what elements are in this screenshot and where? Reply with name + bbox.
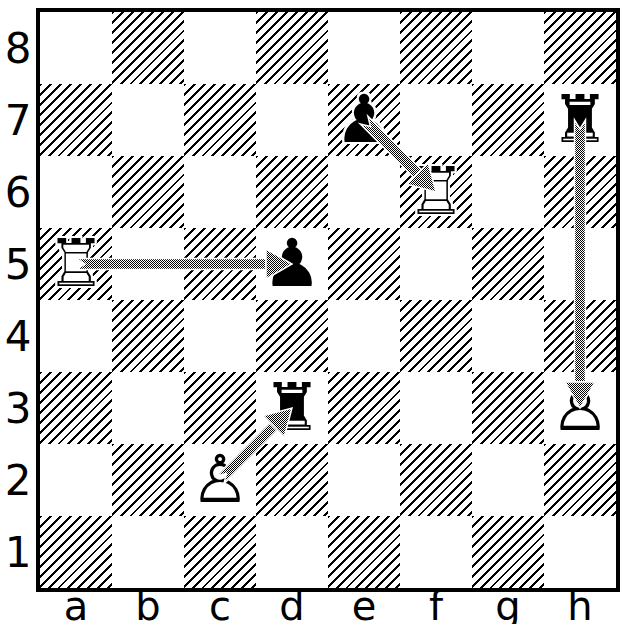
square-g1[interactable]	[472, 516, 544, 588]
square-e1[interactable]	[328, 516, 400, 588]
file-labels: abcdefgh	[40, 589, 616, 623]
square-d2[interactable]	[256, 444, 328, 516]
square-e7[interactable]: ♟	[328, 84, 400, 156]
square-b1[interactable]	[112, 516, 184, 588]
square-d8[interactable]	[256, 12, 328, 84]
rank-label-6: 6	[0, 156, 36, 228]
chess-diagram: 87654321 ♟♜♜♖♜♖♟♜♟♙♟♙ abcdefgh	[0, 0, 624, 624]
rank-label-1: 1	[0, 516, 36, 588]
square-h1[interactable]	[544, 516, 616, 588]
piece-white-pawn-h3[interactable]: ♟♙	[544, 372, 616, 444]
square-c3[interactable]	[184, 372, 256, 444]
file-label-f: f	[400, 589, 472, 623]
square-e3[interactable]	[328, 372, 400, 444]
square-b6[interactable]	[112, 156, 184, 228]
piece-black-pawn-d5[interactable]: ♟	[256, 228, 328, 300]
square-b3[interactable]	[112, 372, 184, 444]
square-f7[interactable]	[400, 84, 472, 156]
square-g3[interactable]	[472, 372, 544, 444]
square-d5[interactable]: ♟	[256, 228, 328, 300]
file-label-c: c	[184, 589, 256, 623]
square-h8[interactable]	[544, 12, 616, 84]
square-d3[interactable]: ♜	[256, 372, 328, 444]
square-a6[interactable]	[40, 156, 112, 228]
square-e5[interactable]	[328, 228, 400, 300]
black-rook-icon: ♜	[544, 84, 616, 156]
square-h6[interactable]	[544, 156, 616, 228]
square-d4[interactable]	[256, 300, 328, 372]
square-e2[interactable]	[328, 444, 400, 516]
file-label-d: d	[256, 589, 328, 623]
square-h4[interactable]	[544, 300, 616, 372]
file-label-h: h	[544, 589, 616, 623]
square-c4[interactable]	[184, 300, 256, 372]
rank-label-8: 8	[0, 12, 36, 84]
square-a1[interactable]	[40, 516, 112, 588]
square-d6[interactable]	[256, 156, 328, 228]
square-b8[interactable]	[112, 12, 184, 84]
square-f8[interactable]	[400, 12, 472, 84]
square-h5[interactable]	[544, 228, 616, 300]
piece-white-rook-f6[interactable]: ♜♖	[400, 156, 472, 228]
square-g4[interactable]	[472, 300, 544, 372]
square-e6[interactable]	[328, 156, 400, 228]
square-c5[interactable]	[184, 228, 256, 300]
rank-label-4: 4	[0, 300, 36, 372]
black-rook-icon: ♜	[256, 372, 328, 444]
square-a2[interactable]	[40, 444, 112, 516]
square-c7[interactable]	[184, 84, 256, 156]
square-a3[interactable]	[40, 372, 112, 444]
file-label-a: a	[40, 589, 112, 623]
square-c1[interactable]	[184, 516, 256, 588]
square-g2[interactable]	[472, 444, 544, 516]
rank-label-3: 3	[0, 372, 36, 444]
piece-black-rook-d3[interactable]: ♜	[256, 372, 328, 444]
file-label-e: e	[328, 589, 400, 623]
square-g5[interactable]	[472, 228, 544, 300]
square-c8[interactable]	[184, 12, 256, 84]
white-pawn-icon: ♙	[544, 372, 616, 444]
square-e4[interactable]	[328, 300, 400, 372]
square-a7[interactable]	[40, 84, 112, 156]
file-label-b: b	[112, 589, 184, 623]
square-d7[interactable]	[256, 84, 328, 156]
square-h7[interactable]: ♜	[544, 84, 616, 156]
square-a5[interactable]: ♜♖	[40, 228, 112, 300]
piece-black-pawn-e7[interactable]: ♟	[328, 84, 400, 156]
square-a4[interactable]	[40, 300, 112, 372]
square-b5[interactable]	[112, 228, 184, 300]
square-c6[interactable]	[184, 156, 256, 228]
rank-label-2: 2	[0, 444, 36, 516]
square-h3[interactable]: ♟♙	[544, 372, 616, 444]
square-f5[interactable]	[400, 228, 472, 300]
rank-label-5: 5	[0, 228, 36, 300]
square-b4[interactable]	[112, 300, 184, 372]
square-b7[interactable]	[112, 84, 184, 156]
white-rook-icon: ♖	[400, 156, 472, 228]
square-h2[interactable]	[544, 444, 616, 516]
square-b2[interactable]	[112, 444, 184, 516]
rank-labels: 87654321	[0, 12, 36, 588]
piece-black-rook-h7[interactable]: ♜	[544, 84, 616, 156]
square-f4[interactable]	[400, 300, 472, 372]
square-f3[interactable]	[400, 372, 472, 444]
white-rook-icon: ♖	[40, 228, 112, 300]
square-a8[interactable]	[40, 12, 112, 84]
square-g7[interactable]	[472, 84, 544, 156]
square-e8[interactable]	[328, 12, 400, 84]
file-label-g: g	[472, 589, 544, 623]
white-pawn-icon: ♙	[184, 444, 256, 516]
chess-board: ♟♜♜♖♜♖♟♜♟♙♟♙	[36, 8, 620, 592]
rank-label-7: 7	[0, 84, 36, 156]
square-d1[interactable]	[256, 516, 328, 588]
piece-white-rook-a5[interactable]: ♜♖	[40, 228, 112, 300]
square-g6[interactable]	[472, 156, 544, 228]
piece-white-pawn-c2[interactable]: ♟♙	[184, 444, 256, 516]
square-f2[interactable]	[400, 444, 472, 516]
square-c2[interactable]: ♟♙	[184, 444, 256, 516]
square-f1[interactable]	[400, 516, 472, 588]
black-pawn-icon: ♟	[328, 84, 400, 156]
black-pawn-icon: ♟	[256, 228, 328, 300]
square-f6[interactable]: ♜♖	[400, 156, 472, 228]
square-g8[interactable]	[472, 12, 544, 84]
